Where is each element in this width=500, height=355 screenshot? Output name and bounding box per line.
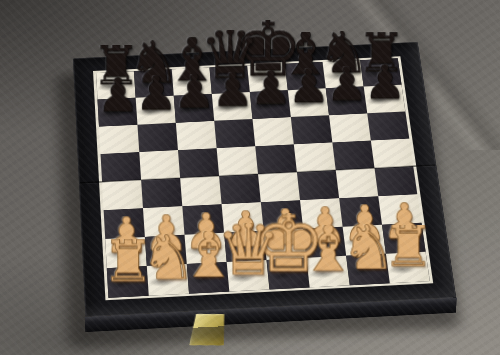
white-rook[interactable]: ♜ (87, 239, 169, 282)
square-d6[interactable] (214, 118, 255, 147)
square-a1[interactable]: ♜ (107, 266, 149, 298)
square-f6[interactable] (291, 115, 333, 144)
square-g6[interactable] (329, 113, 371, 142)
square-d5[interactable] (217, 146, 258, 176)
board-frame: ♜♞♝♛♚♝♞♜♟♟♟♟♟♟♟♟♟♟♟♟♟♟♟♟♜♞♝♛♚♝♞♜ (73, 41, 456, 316)
square-h6[interactable] (367, 111, 409, 140)
square-h5[interactable] (371, 138, 413, 168)
square-a4[interactable] (102, 179, 143, 209)
chess-set: ♜♞♝♛♚♝♞♜♟♟♟♟♟♟♟♟♟♟♟♟♟♟♟♟♜♞♝♛♚♝♞♜ (73, 41, 456, 316)
square-c6[interactable] (176, 120, 217, 149)
square-a5[interactable] (101, 152, 142, 182)
square-e5[interactable] (255, 144, 297, 174)
square-b6[interactable] (137, 122, 178, 151)
chess-board: ♜♞♝♛♚♝♞♜♟♟♟♟♟♟♟♟♟♟♟♟♟♟♟♟♜♞♝♛♚♝♞♜ (93, 56, 433, 300)
square-b4[interactable] (141, 177, 182, 207)
photo-scene: ♜♞♝♛♚♝♞♜♟♟♟♟♟♟♟♟♟♟♟♟♟♟♟♟♜♞♝♛♚♝♞♜ (0, 0, 500, 355)
black-pawn[interactable]: ♟ (78, 77, 157, 112)
square-f5[interactable] (294, 142, 336, 172)
square-a6[interactable] (99, 124, 139, 153)
square-c5[interactable] (178, 148, 219, 178)
square-g5[interactable] (332, 140, 374, 170)
square-a7[interactable]: ♟ (98, 97, 138, 126)
square-e6[interactable] (253, 117, 294, 146)
square-b5[interactable] (139, 150, 180, 180)
